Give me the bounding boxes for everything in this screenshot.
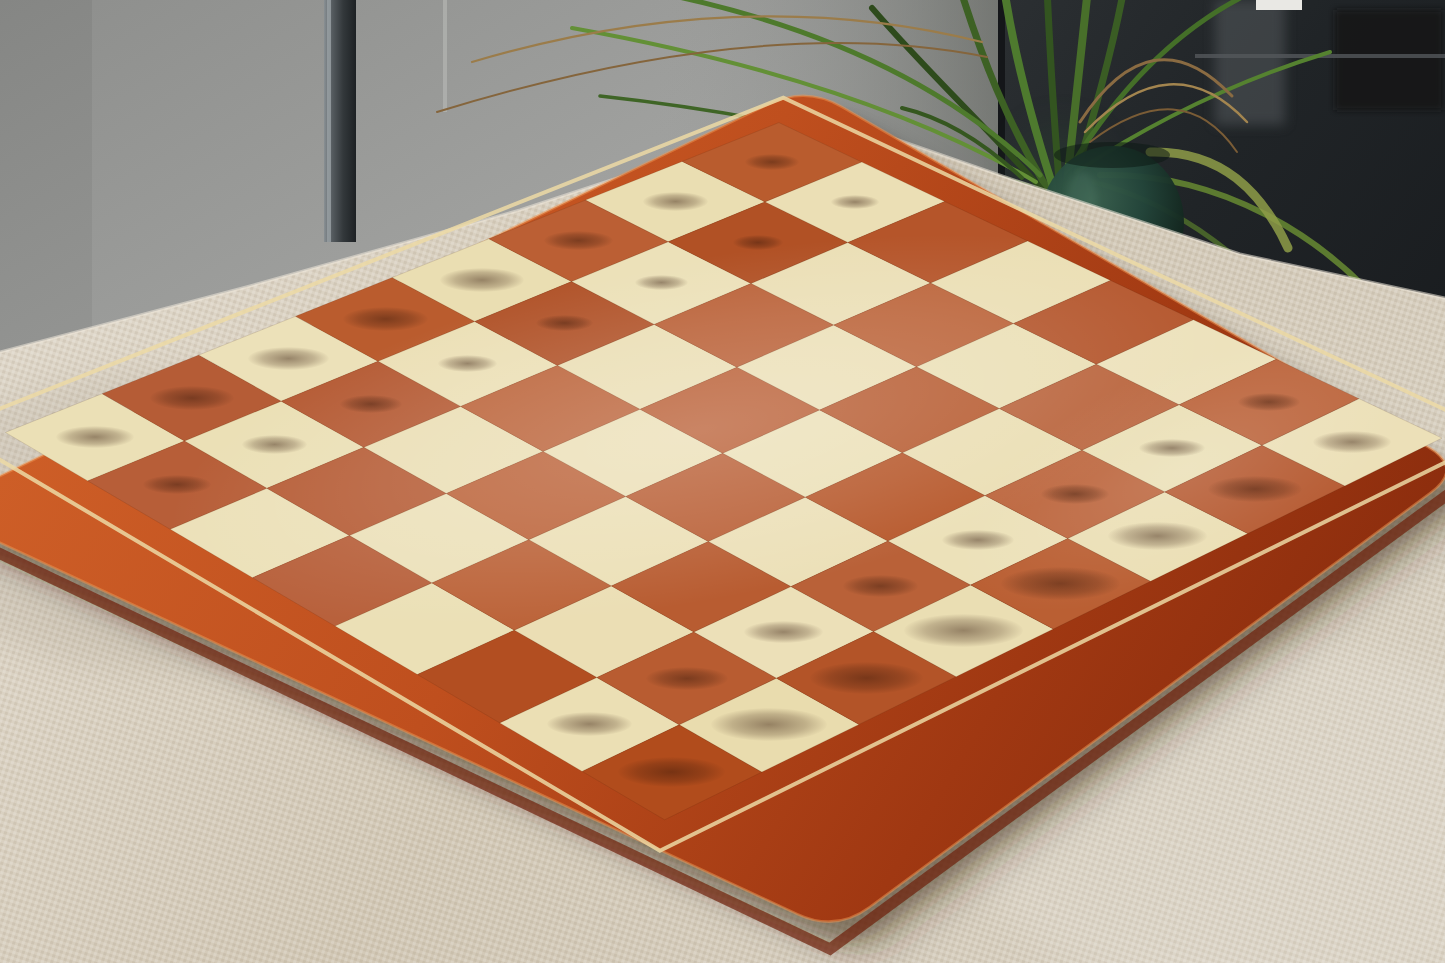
piece-black-pawn-f7[interactable]: ♟︎ [617,200,706,289]
piece-black-pawn-c7[interactable]: ♟︎ [319,308,423,412]
piece-black-pawn-a7[interactable]: ♟︎ [121,379,234,492]
chess-photo-scene: ♜︎♞︎♟︎♝︎♟︎♚︎♟︎♛︎♟︎♝︎♟︎♞︎♟︎♟︎♜︎♜︎♟︎♟︎♟︎♞︎… [0,0,1445,963]
piece-black-pawn-d7[interactable]: ♟︎ [418,272,517,371]
piece-black-pawn-h7[interactable]: ♟︎ [815,128,895,208]
wall-trim-line [443,0,447,112]
piece-black-pawn-e7[interactable]: ♟︎ [517,236,611,330]
piece-white-rook-a1[interactable]: ♜︎ [583,606,761,784]
piece-black-pawn-g7[interactable]: ♟︎ [716,164,800,248]
piece-black-pawn-b7[interactable]: ♟︎ [220,343,329,452]
